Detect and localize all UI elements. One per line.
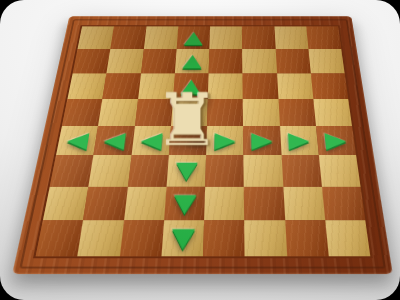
square-c7[interactable] [141, 49, 177, 73]
square-h3[interactable] [319, 155, 361, 186]
square-a7[interactable] [73, 49, 111, 73]
square-h8[interactable] [306, 26, 341, 49]
square-g1[interactable] [285, 220, 329, 256]
move-arrow-down[interactable]: ▼ [171, 223, 196, 250]
move-arrow-down[interactable]: ▼ [173, 190, 197, 215]
square-h7[interactable] [308, 49, 344, 73]
chess-board: ▲▲▲▲◀◀◀♜▶▶▶▶▼▼▼ [33, 25, 373, 258]
square-f1[interactable] [244, 220, 286, 256]
square-g6[interactable] [277, 73, 313, 99]
square-h2[interactable] [322, 186, 366, 220]
square-a3[interactable] [50, 155, 94, 186]
move-arrow-up[interactable]: ▲ [182, 51, 202, 69]
board-scene: ▲▲▲▲◀◀◀♜▶▶▶▶▼▼▼ [45, 0, 369, 288]
move-arrow-left[interactable]: ◀ [102, 129, 126, 151]
screenshot-background: ▲▲▲▲◀◀◀♜▶▶▶▶▼▼▼ [0, 0, 400, 300]
square-f7[interactable] [242, 49, 276, 73]
square-h5[interactable] [313, 99, 352, 126]
square-a4[interactable]: ◀ [56, 126, 98, 155]
square-g2[interactable] [283, 186, 325, 220]
square-b8[interactable] [110, 26, 146, 49]
square-b2[interactable] [83, 186, 127, 220]
square-f3[interactable] [244, 155, 283, 186]
square-h6[interactable] [311, 73, 349, 99]
square-b1[interactable] [78, 220, 124, 256]
square-a2[interactable] [43, 186, 89, 220]
square-d3[interactable]: ▼ [166, 155, 206, 186]
square-g3[interactable] [281, 155, 322, 186]
square-d1[interactable]: ▼ [161, 220, 204, 256]
square-b7[interactable] [107, 49, 144, 73]
square-c2[interactable] [124, 186, 167, 220]
move-arrow-right[interactable]: ▶ [251, 129, 273, 151]
move-arrow-left[interactable]: ◀ [65, 129, 90, 151]
square-c1[interactable] [119, 220, 163, 256]
square-c3[interactable] [127, 155, 168, 186]
square-c8[interactable] [143, 26, 178, 49]
move-arrow-right[interactable]: ▶ [324, 129, 348, 151]
square-f5[interactable] [243, 99, 280, 126]
square-b6[interactable] [103, 73, 141, 99]
square-f2[interactable] [244, 186, 285, 220]
move-arrow-down[interactable]: ▼ [175, 158, 198, 181]
square-d2[interactable]: ▼ [164, 186, 205, 220]
square-d7[interactable]: ▲ [175, 49, 210, 73]
square-g4[interactable]: ▶ [280, 126, 319, 155]
square-a5[interactable] [62, 99, 103, 126]
square-e3[interactable] [205, 155, 244, 186]
square-a8[interactable] [78, 26, 115, 49]
square-f8[interactable] [242, 26, 275, 49]
move-arrow-right[interactable]: ▶ [287, 129, 310, 151]
square-d4[interactable]: ♜ [169, 126, 207, 155]
square-e2[interactable] [204, 186, 244, 220]
square-b4[interactable]: ◀ [94, 126, 135, 155]
square-f4[interactable]: ▶ [243, 126, 281, 155]
square-g5[interactable] [278, 99, 316, 126]
square-g7[interactable] [275, 49, 310, 73]
square-g8[interactable] [274, 26, 308, 49]
chess-board-frame: ▲▲▲▲◀◀◀♜▶▶▶▶▼▼▼ [12, 16, 393, 274]
square-b3[interactable] [89, 155, 131, 186]
square-a1[interactable] [36, 220, 84, 256]
square-e7[interactable] [209, 49, 243, 73]
white-rook[interactable]: ♜ [155, 87, 220, 153]
square-d8[interactable]: ▲ [176, 26, 210, 49]
move-arrow-up[interactable]: ▲ [184, 29, 203, 46]
square-h1[interactable] [325, 220, 370, 256]
square-e1[interactable] [203, 220, 245, 256]
square-f6[interactable] [243, 73, 278, 99]
square-h4[interactable]: ▶ [316, 126, 356, 155]
square-e8[interactable] [209, 26, 242, 49]
square-a6[interactable] [68, 73, 107, 99]
square-b5[interactable] [98, 99, 137, 126]
